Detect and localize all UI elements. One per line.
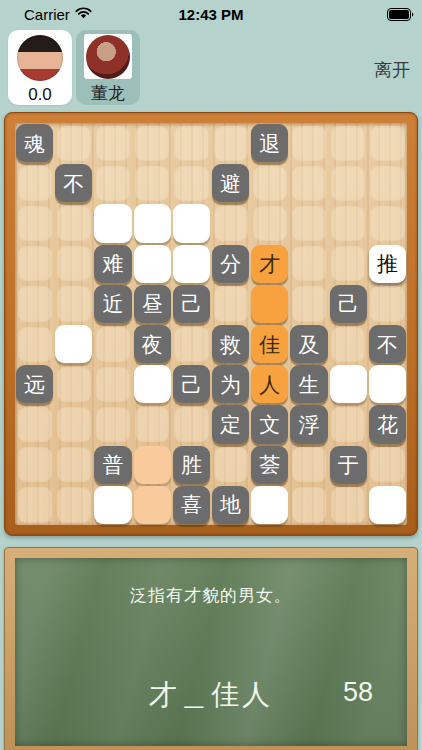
- chalkboard: 泛指有才貌的男女。 才＿佳人 58: [15, 558, 407, 746]
- answer-row: 才＿佳人 58: [15, 676, 407, 712]
- tile-救[interactable]: 救: [212, 325, 249, 363]
- cell-r4c7: [289, 284, 328, 324]
- tile-近[interactable]: 近: [94, 285, 131, 323]
- tile-blank-white[interactable]: [173, 245, 210, 283]
- cell-r2c0: [15, 203, 54, 243]
- cell-r0c5: [211, 123, 250, 163]
- cell-r5c4: [172, 324, 211, 364]
- cell-r1c6: [250, 163, 289, 203]
- tile-blank-white[interactable]: [55, 325, 92, 363]
- cell-r4c4: 己: [172, 284, 211, 324]
- cell-r7c2: [93, 404, 132, 444]
- cell-r6c0: 远: [15, 364, 54, 404]
- cell-r8c0: [15, 445, 54, 485]
- avatar-opponent-photo: [86, 35, 130, 79]
- cell-r0c0: 魂: [15, 123, 54, 163]
- tile-己[interactable]: 己: [173, 365, 210, 403]
- cell-r0c2: [93, 123, 132, 163]
- tile-于[interactable]: 于: [330, 446, 367, 484]
- cell-r3c3: [133, 244, 172, 284]
- cell-r1c9: [368, 163, 407, 203]
- cell-r1c4: [172, 163, 211, 203]
- cell-r3c1: [54, 244, 93, 284]
- tile-不[interactable]: 不: [369, 325, 406, 363]
- tile-荟[interactable]: 荟: [251, 446, 288, 484]
- cell-r0c7: [289, 123, 328, 163]
- cell-r1c8: [329, 163, 368, 203]
- player-card-self: 0.0: [8, 30, 72, 105]
- cell-r8c1: [54, 445, 93, 485]
- cell-r2c3: [133, 203, 172, 243]
- tile-blank-white[interactable]: [134, 365, 171, 403]
- cell-r6c9: [368, 364, 407, 404]
- cell-r6c8: [329, 364, 368, 404]
- tile-己[interactable]: 己: [330, 285, 367, 323]
- cell-r2c7: [289, 203, 328, 243]
- cell-r6c5: 为: [211, 364, 250, 404]
- player-name: 董龙: [91, 82, 125, 105]
- tile-blank-white[interactable]: [251, 486, 288, 524]
- cell-r8c6: 荟: [250, 445, 289, 485]
- cell-r0c4: [172, 123, 211, 163]
- cell-r5c9: 不: [368, 324, 407, 364]
- clock: 12:43 PM: [0, 6, 422, 23]
- cell-r2c8: [329, 203, 368, 243]
- app-screen: Carrier 12:43 PM 0.0 董龙: [0, 0, 422, 750]
- tile-浮[interactable]: 浮: [290, 405, 327, 443]
- cell-r5c2: [93, 324, 132, 364]
- player-card-opponent: 董龙: [76, 30, 140, 105]
- tile-退[interactable]: 退: [251, 124, 288, 162]
- cell-r2c2: [93, 203, 132, 243]
- cell-r3c7: [289, 244, 328, 284]
- cell-r1c0: [15, 163, 54, 203]
- cell-r8c8: 于: [329, 445, 368, 485]
- cell-r4c9: [368, 284, 407, 324]
- cell-r5c8: [329, 324, 368, 364]
- leave-button[interactable]: 离开: [374, 58, 410, 82]
- cell-r6c6: 人: [250, 364, 289, 404]
- cell-r2c4: [172, 203, 211, 243]
- status-bar: Carrier 12:43 PM: [0, 0, 422, 28]
- board-grid: 魂退不避难分才推近昼己己夜救佳及不远己为人生定文浮花普胜荟于喜地: [15, 123, 407, 525]
- cell-r5c1: [54, 324, 93, 364]
- cell-r5c5: 救: [211, 324, 250, 364]
- tile-定[interactable]: 定: [212, 405, 249, 443]
- tile-己[interactable]: 己: [173, 285, 210, 323]
- cell-r4c2: 近: [93, 284, 132, 324]
- players-row: 0.0 董龙 离开: [0, 30, 422, 108]
- cell-r3c6: 才: [250, 244, 289, 284]
- cell-r0c3: [133, 123, 172, 163]
- cell-r4c3: 昼: [133, 284, 172, 324]
- cell-r0c1: [54, 123, 93, 163]
- cell-r9c9: [368, 485, 407, 525]
- cell-r5c7: 及: [289, 324, 328, 364]
- tile-不[interactable]: 不: [55, 164, 92, 202]
- cell-r2c6: [250, 203, 289, 243]
- cell-r8c4: 胜: [172, 445, 211, 485]
- tile-佳[interactable]: 佳: [251, 325, 288, 363]
- cell-r6c3: [133, 364, 172, 404]
- tile-人[interactable]: 人: [251, 365, 288, 403]
- tile-blank-white[interactable]: [94, 486, 131, 524]
- cell-r6c2: [93, 364, 132, 404]
- cell-r7c0: [15, 404, 54, 444]
- cell-r6c1: [54, 364, 93, 404]
- cell-r8c7: [289, 445, 328, 485]
- tile-blank-white[interactable]: [369, 486, 406, 524]
- tile-昼[interactable]: 昼: [134, 285, 171, 323]
- cell-r0c6: 退: [250, 123, 289, 163]
- clue-hint: 泛指有才貌的男女。: [15, 558, 407, 607]
- tile-普[interactable]: 普: [94, 446, 131, 484]
- tile-远[interactable]: 远: [16, 365, 53, 403]
- cell-r3c0: [15, 244, 54, 284]
- cell-r9c1: [54, 485, 93, 525]
- cell-r8c5: [211, 445, 250, 485]
- tile-blank-white[interactable]: [173, 204, 210, 242]
- countdown-timer: 58: [343, 677, 373, 708]
- tile-魂[interactable]: 魂: [16, 124, 53, 162]
- tile-避[interactable]: 避: [212, 164, 249, 202]
- cell-r3c8: [329, 244, 368, 284]
- cell-r3c9: 推: [368, 244, 407, 284]
- cell-r9c7: [289, 485, 328, 525]
- cell-r4c5: [211, 284, 250, 324]
- cell-r2c9: [368, 203, 407, 243]
- cell-r6c4: 己: [172, 364, 211, 404]
- avatar-opponent: [84, 34, 132, 79]
- board-wood: 魂退不避难分才推近昼己己夜救佳及不远己为人生定文浮花普胜荟于喜地: [15, 123, 407, 525]
- tile-为[interactable]: 为: [212, 365, 249, 403]
- cell-r8c9: [368, 445, 407, 485]
- player-score: 0.0: [28, 85, 52, 105]
- tile-地[interactable]: 地: [212, 486, 249, 524]
- cell-r1c2: [93, 163, 132, 203]
- cell-r7c4: [172, 404, 211, 444]
- cell-r3c2: 难: [93, 244, 132, 284]
- cell-r7c6: 文: [250, 404, 289, 444]
- cell-r2c5: [211, 203, 250, 243]
- chalkboard-frame: 泛指有才貌的男女。 才＿佳人 58: [4, 547, 418, 750]
- cell-r6c7: 生: [289, 364, 328, 404]
- cell-r9c3: [133, 485, 172, 525]
- cell-r7c5: 定: [211, 404, 250, 444]
- tile-才[interactable]: 才: [251, 245, 288, 283]
- cell-r4c0: [15, 284, 54, 324]
- cell-r1c1: 不: [54, 163, 93, 203]
- tile-blank-white[interactable]: [330, 365, 367, 403]
- cell-r3c4: [172, 244, 211, 284]
- cell-r9c2: [93, 485, 132, 525]
- tile-分[interactable]: 分: [212, 245, 249, 283]
- cell-r0c9: [368, 123, 407, 163]
- tile-blank-orange[interactable]: [251, 285, 288, 323]
- tile-及[interactable]: 及: [290, 325, 327, 363]
- cell-r7c7: 浮: [289, 404, 328, 444]
- cell-r3c5: 分: [211, 244, 250, 284]
- tile-blank-peach[interactable]: [134, 446, 171, 484]
- avatar-self: [17, 35, 63, 81]
- cell-r7c8: [329, 404, 368, 444]
- cell-r5c0: [15, 324, 54, 364]
- tile-blank-white[interactable]: [134, 245, 171, 283]
- cell-r9c6: [250, 485, 289, 525]
- board-frame: 魂退不避难分才推近昼己己夜救佳及不远己为人生定文浮花普胜荟于喜地: [4, 112, 418, 536]
- cell-r8c2: 普: [93, 445, 132, 485]
- cell-r9c5: 地: [211, 485, 250, 525]
- battery-icon: [387, 7, 414, 25]
- tile-blank-peach[interactable]: [134, 486, 171, 524]
- cell-r2c1: [54, 203, 93, 243]
- cell-r8c3: [133, 445, 172, 485]
- cell-r5c3: 夜: [133, 324, 172, 364]
- cell-r4c6: [250, 284, 289, 324]
- cell-r1c3: [133, 163, 172, 203]
- tile-推[interactable]: 推: [369, 245, 406, 283]
- cell-r9c4: 喜: [172, 485, 211, 525]
- tile-blank-white[interactable]: [94, 204, 131, 242]
- tile-夜[interactable]: 夜: [134, 325, 171, 363]
- cell-r1c5: 避: [211, 163, 250, 203]
- tile-胜[interactable]: 胜: [173, 446, 210, 484]
- tile-生[interactable]: 生: [290, 365, 327, 403]
- cell-r4c1: [54, 284, 93, 324]
- cell-r5c6: 佳: [250, 324, 289, 364]
- tile-blank-white[interactable]: [134, 204, 171, 242]
- tile-难[interactable]: 难: [94, 245, 131, 283]
- cell-r7c1: [54, 404, 93, 444]
- tile-blank-white[interactable]: [369, 365, 406, 403]
- cell-r0c8: [329, 123, 368, 163]
- cell-r1c7: [289, 163, 328, 203]
- tile-喜[interactable]: 喜: [173, 486, 210, 524]
- tile-花[interactable]: 花: [369, 405, 406, 443]
- cell-r4c8: 己: [329, 284, 368, 324]
- tile-文[interactable]: 文: [251, 405, 288, 443]
- cell-r9c8: [329, 485, 368, 525]
- cell-r9c0: [15, 485, 54, 525]
- cell-r7c9: 花: [368, 404, 407, 444]
- cell-r7c3: [133, 404, 172, 444]
